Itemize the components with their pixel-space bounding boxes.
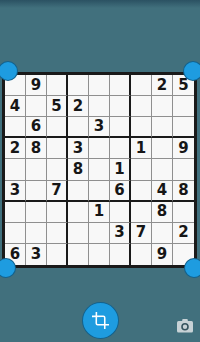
sudoku-cell-r8c2 <box>26 223 47 244</box>
sudoku-cell-r7c5: 1 <box>89 202 110 223</box>
sudoku-cell-r5c7 <box>131 159 152 180</box>
crop-handle-bottom-left[interactable] <box>0 258 16 278</box>
sudoku-cell-r3c3 <box>47 117 68 138</box>
sudoku-cell-r4c2: 8 <box>26 138 47 159</box>
sudoku-cell-r6c9: 8 <box>173 181 194 202</box>
sudoku-cell-r5c8 <box>152 159 173 180</box>
sudoku-cell-r8c9: 2 <box>173 223 194 244</box>
sudoku-cell-r9c6 <box>110 244 131 265</box>
sudoku-cell-r7c3 <box>47 202 68 223</box>
sudoku-cell-r8c7: 7 <box>131 223 152 244</box>
sudoku-cell-r9c4 <box>68 244 89 265</box>
sudoku-cell-r6c7 <box>131 181 152 202</box>
crop-icon <box>92 312 109 329</box>
sudoku-cell-r3c7 <box>131 117 152 138</box>
sudoku-cell-r9c2: 3 <box>26 244 47 265</box>
sudoku-cell-r6c3: 7 <box>47 181 68 202</box>
sudoku-cell-r2c8 <box>152 96 173 117</box>
status-bar-shade <box>0 0 200 8</box>
sudoku-cell-r6c8: 4 <box>152 181 173 202</box>
sudoku-cell-r5c2 <box>26 159 47 180</box>
sudoku-cell-r2c3: 5 <box>47 96 68 117</box>
sudoku-cell-r2c9 <box>173 96 194 117</box>
sudoku-cell-r4c4: 3 <box>68 138 89 159</box>
sudoku-cell-r1c2: 9 <box>26 75 47 96</box>
sudoku-cell-r7c9 <box>173 202 194 223</box>
sudoku-cell-r3c6 <box>110 117 131 138</box>
sudoku-board: 9254526328319813764818372639 <box>2 72 197 268</box>
sudoku-cell-r5c9 <box>173 159 194 180</box>
sudoku-cell-r1c6 <box>110 75 131 96</box>
sudoku-cell-r4c9: 9 <box>173 138 194 159</box>
sudoku-cell-r3c4 <box>68 117 89 138</box>
sudoku-cell-r7c4 <box>68 202 89 223</box>
sudoku-cell-r3c5: 3 <box>89 117 110 138</box>
sudoku-cell-r6c6: 6 <box>110 181 131 202</box>
sudoku-cell-r8c8 <box>152 223 173 244</box>
sudoku-cell-r5c5 <box>89 159 110 180</box>
sudoku-cell-r7c2 <box>26 202 47 223</box>
sudoku-cell-r4c7: 1 <box>131 138 152 159</box>
sudoku-scanner-screen: 9254526328319813764818372639 <box>0 0 200 342</box>
sudoku-cell-r2c7 <box>131 96 152 117</box>
sudoku-cell-r3c1 <box>5 117 26 138</box>
sudoku-cell-r8c3 <box>47 223 68 244</box>
sudoku-cell-r5c1 <box>5 159 26 180</box>
sudoku-cell-r4c8 <box>152 138 173 159</box>
sudoku-cell-r4c3 <box>47 138 68 159</box>
sudoku-cell-r4c1: 2 <box>5 138 26 159</box>
sudoku-cell-r7c7 <box>131 202 152 223</box>
sudoku-cell-r3c8 <box>152 117 173 138</box>
sudoku-cell-r2c1: 4 <box>5 96 26 117</box>
camera-icon <box>177 319 193 333</box>
sudoku-cell-r1c7 <box>131 75 152 96</box>
sudoku-cell-r9c3 <box>47 244 68 265</box>
sudoku-cell-r8c1 <box>5 223 26 244</box>
sudoku-cell-r2c4: 2 <box>68 96 89 117</box>
crop-handle-top-right[interactable] <box>183 61 200 81</box>
sudoku-cell-r1c3 <box>47 75 68 96</box>
crop-handle-bottom-right[interactable] <box>184 258 200 278</box>
sudoku-cell-r5c3 <box>47 159 68 180</box>
sudoku-cell-r5c4: 8 <box>68 159 89 180</box>
sudoku-cell-r6c1: 3 <box>5 181 26 202</box>
camera-button[interactable] <box>177 319 193 333</box>
sudoku-cell-r1c8: 2 <box>152 75 173 96</box>
sudoku-cell-r8c5 <box>89 223 110 244</box>
sudoku-cell-r7c1 <box>5 202 26 223</box>
sudoku-cell-r9c8: 9 <box>152 244 173 265</box>
sudoku-cell-r1c5 <box>89 75 110 96</box>
sudoku-cell-r4c6 <box>110 138 131 159</box>
sudoku-cell-r6c2 <box>26 181 47 202</box>
sudoku-cell-r9c5 <box>89 244 110 265</box>
sudoku-cell-r7c6 <box>110 202 131 223</box>
sudoku-cell-r3c9 <box>173 117 194 138</box>
sudoku-cell-r9c7 <box>131 244 152 265</box>
sudoku-cell-r5c6: 1 <box>110 159 131 180</box>
sudoku-cell-r1c4 <box>68 75 89 96</box>
sudoku-cell-r6c4 <box>68 181 89 202</box>
sudoku-cell-r2c6 <box>110 96 131 117</box>
sudoku-cell-r8c6: 3 <box>110 223 131 244</box>
sudoku-cell-r8c4 <box>68 223 89 244</box>
sudoku-cell-r3c2: 6 <box>26 117 47 138</box>
sudoku-cell-r2c2 <box>26 96 47 117</box>
sudoku-cell-r4c5 <box>89 138 110 159</box>
crop-confirm-button[interactable] <box>82 302 119 339</box>
sudoku-cell-r2c5 <box>89 96 110 117</box>
sudoku-cell-r7c8: 8 <box>152 202 173 223</box>
sudoku-cell-r6c5 <box>89 181 110 202</box>
